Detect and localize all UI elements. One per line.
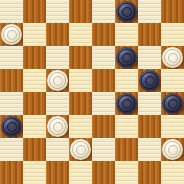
piece-core xyxy=(7,30,17,40)
black-man-piece[interactable] xyxy=(116,47,137,68)
square-a7[interactable] xyxy=(0,23,23,46)
white-man-piece[interactable] xyxy=(47,116,68,137)
square-c8 xyxy=(46,0,69,23)
square-e3[interactable] xyxy=(92,115,115,138)
black-man-piece[interactable] xyxy=(116,93,137,114)
square-e5[interactable] xyxy=(92,69,115,92)
piece-core xyxy=(145,76,155,86)
square-a3[interactable] xyxy=(0,115,23,138)
square-h7 xyxy=(161,23,184,46)
checkers-board xyxy=(0,0,184,184)
piece-core xyxy=(122,7,132,17)
square-g5[interactable] xyxy=(138,69,161,92)
square-d8[interactable] xyxy=(69,0,92,23)
square-a4 xyxy=(0,92,23,115)
square-f4[interactable] xyxy=(115,92,138,115)
square-b3 xyxy=(23,115,46,138)
square-e8 xyxy=(92,0,115,23)
square-h5 xyxy=(161,69,184,92)
square-f3 xyxy=(115,115,138,138)
square-b1 xyxy=(23,161,46,184)
square-f6[interactable] xyxy=(115,46,138,69)
square-f5 xyxy=(115,69,138,92)
piece-core xyxy=(53,76,63,86)
square-a5[interactable] xyxy=(0,69,23,92)
square-d4[interactable] xyxy=(69,92,92,115)
black-man-piece[interactable] xyxy=(1,116,22,137)
piece-core xyxy=(53,122,63,132)
square-a2 xyxy=(0,138,23,161)
square-c7[interactable] xyxy=(46,23,69,46)
square-e4 xyxy=(92,92,115,115)
square-h8[interactable] xyxy=(161,0,184,23)
square-b5 xyxy=(23,69,46,92)
square-g4 xyxy=(138,92,161,115)
white-man-piece[interactable] xyxy=(162,47,183,68)
square-a1[interactable] xyxy=(0,161,23,184)
square-h1 xyxy=(161,161,184,184)
square-g1[interactable] xyxy=(138,161,161,184)
square-b2[interactable] xyxy=(23,138,46,161)
square-f7 xyxy=(115,23,138,46)
square-f2[interactable] xyxy=(115,138,138,161)
square-f8[interactable] xyxy=(115,0,138,23)
square-e2 xyxy=(92,138,115,161)
piece-core xyxy=(76,145,86,155)
square-c6 xyxy=(46,46,69,69)
square-h2[interactable] xyxy=(161,138,184,161)
black-man-piece[interactable] xyxy=(139,70,160,91)
piece-core xyxy=(122,99,132,109)
white-man-piece[interactable] xyxy=(1,24,22,45)
square-g2 xyxy=(138,138,161,161)
square-b7 xyxy=(23,23,46,46)
square-e7[interactable] xyxy=(92,23,115,46)
piece-core xyxy=(7,122,17,132)
square-e1[interactable] xyxy=(92,161,115,184)
square-h6[interactable] xyxy=(161,46,184,69)
white-man-piece[interactable] xyxy=(162,139,183,160)
black-man-piece[interactable] xyxy=(162,93,183,114)
square-e6 xyxy=(92,46,115,69)
white-man-piece[interactable] xyxy=(47,70,68,91)
piece-core xyxy=(168,53,178,63)
square-c4 xyxy=(46,92,69,115)
square-g3[interactable] xyxy=(138,115,161,138)
square-c3[interactable] xyxy=(46,115,69,138)
square-d3 xyxy=(69,115,92,138)
square-f1 xyxy=(115,161,138,184)
square-b8[interactable] xyxy=(23,0,46,23)
piece-core xyxy=(168,99,178,109)
square-c5[interactable] xyxy=(46,69,69,92)
square-g6 xyxy=(138,46,161,69)
square-b6[interactable] xyxy=(23,46,46,69)
square-h3 xyxy=(161,115,184,138)
square-d6[interactable] xyxy=(69,46,92,69)
square-d2[interactable] xyxy=(69,138,92,161)
white-man-piece[interactable] xyxy=(70,139,91,160)
square-b4[interactable] xyxy=(23,92,46,115)
square-d7 xyxy=(69,23,92,46)
square-a6 xyxy=(0,46,23,69)
square-c2 xyxy=(46,138,69,161)
black-man-piece[interactable] xyxy=(116,1,137,22)
square-a8 xyxy=(0,0,23,23)
square-d5 xyxy=(69,69,92,92)
square-h4[interactable] xyxy=(161,92,184,115)
piece-core xyxy=(168,145,178,155)
square-d1 xyxy=(69,161,92,184)
piece-core xyxy=(122,53,132,63)
square-g8 xyxy=(138,0,161,23)
square-g7[interactable] xyxy=(138,23,161,46)
square-c1[interactable] xyxy=(46,161,69,184)
